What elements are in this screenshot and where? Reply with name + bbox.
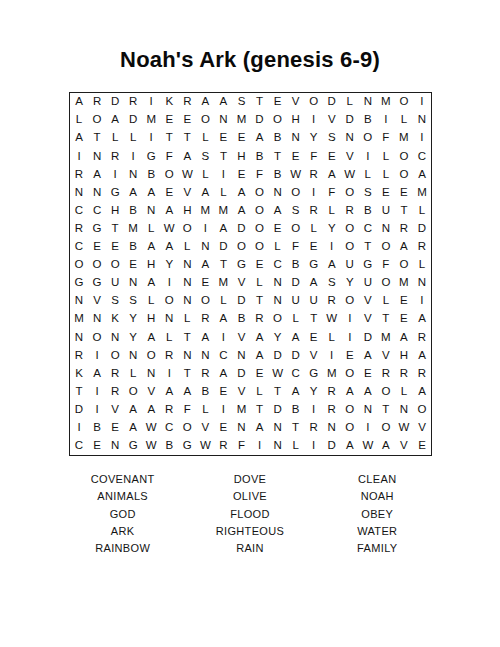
grid-cell: L	[377, 165, 395, 183]
grid-cell: O	[178, 220, 196, 238]
grid-cell: E	[232, 165, 250, 183]
grid-cell: W	[160, 220, 178, 238]
grid-cell: R	[106, 383, 124, 401]
grid-cell: D	[287, 346, 305, 364]
grid-cell: V	[359, 310, 377, 328]
grid-cell: A	[395, 328, 413, 346]
grid-cell: I	[323, 346, 341, 364]
grid-cell: O	[250, 202, 268, 220]
grid-cell: N	[70, 328, 88, 346]
grid-cell: L	[377, 147, 395, 165]
grid-cell: A	[88, 365, 106, 383]
grid-cell: W	[287, 165, 305, 183]
grid-cell: K	[106, 310, 124, 328]
grid-cell: V	[178, 184, 196, 202]
grid-cell: M	[377, 328, 395, 346]
grid-cell: R	[250, 310, 268, 328]
word-list-item: ANIMALS	[60, 488, 185, 505]
grid-cell: F	[377, 256, 395, 274]
grid-cell: B	[250, 147, 268, 165]
grid-cell: Y	[305, 129, 323, 147]
grid-cell: A	[413, 346, 431, 364]
grid-cell: B	[359, 202, 377, 220]
word-list-column: COVENANTANIMALSGODARKRAINBOW	[60, 471, 185, 557]
grid-cell: R	[70, 165, 88, 183]
grid-cell: W	[323, 310, 341, 328]
grid-cell: W	[196, 437, 214, 455]
grid-cell: V	[341, 147, 359, 165]
grid-cell: O	[88, 256, 106, 274]
grid-cell: N	[395, 401, 413, 419]
grid-cell: G	[142, 147, 160, 165]
grid-cell: N	[232, 346, 250, 364]
grid-cell: V	[232, 274, 250, 292]
word-list-item: OBEY	[315, 506, 440, 523]
grid-cell: O	[377, 274, 395, 292]
grid-cell: T	[377, 310, 395, 328]
grid-cell: C	[214, 346, 232, 364]
grid-cell: I	[413, 292, 431, 310]
grid-cell: R	[413, 365, 431, 383]
grid-cell: F	[323, 184, 341, 202]
grid-cell: I	[106, 165, 124, 183]
grid-cell: O	[142, 346, 160, 364]
grid-cell: V	[196, 419, 214, 437]
grid-cell: D	[269, 346, 287, 364]
grid-cell: T	[178, 328, 196, 346]
grid-cell: A	[160, 383, 178, 401]
grid-cell: W	[142, 437, 160, 455]
grid-cell: N	[269, 292, 287, 310]
grid-cell: R	[70, 346, 88, 364]
grid-cell: A	[250, 328, 268, 346]
grid-cell: E	[178, 111, 196, 129]
grid-cell: Y	[124, 310, 142, 328]
grid-cell: E	[214, 383, 232, 401]
grid-cell: S	[196, 147, 214, 165]
grid-cell: D	[106, 93, 124, 111]
grid-cell: A	[250, 129, 268, 147]
grid-cell: E	[359, 365, 377, 383]
grid-cell: O	[232, 238, 250, 256]
grid-cell: L	[106, 129, 124, 147]
word-list-item: FAMILY	[315, 540, 440, 557]
grid-cell: F	[250, 165, 268, 183]
grid-cell: I	[413, 93, 431, 111]
grid-cell: I	[413, 129, 431, 147]
grid-cell: E	[160, 184, 178, 202]
grid-cell: A	[196, 184, 214, 202]
grid-cell: N	[178, 256, 196, 274]
grid-cell: O	[88, 111, 106, 129]
grid-cell: T	[178, 365, 196, 383]
grid-cell: T	[160, 129, 178, 147]
word-list: COVENANTANIMALSGODARKRAINBOW DOVEOLIVEFL…	[60, 471, 440, 557]
grid-cell: I	[323, 238, 341, 256]
grid-cell: O	[106, 346, 124, 364]
grid-cell: T	[214, 256, 232, 274]
grid-cell: I	[305, 401, 323, 419]
grid-cell: V	[395, 437, 413, 455]
grid-cell: U	[106, 274, 124, 292]
grid-cell: I	[160, 274, 178, 292]
grid-cell: A	[377, 437, 395, 455]
grid-cell: W	[359, 437, 377, 455]
grid-cell: N	[178, 292, 196, 310]
grid-cell: T	[250, 401, 268, 419]
grid-cell: N	[88, 147, 106, 165]
grid-cell: R	[106, 365, 124, 383]
grid-cell: D	[287, 274, 305, 292]
grid-cell: M	[395, 274, 413, 292]
grid-cell: O	[269, 310, 287, 328]
grid-cell: A	[214, 365, 232, 383]
grid-cell: I	[124, 147, 142, 165]
grid-cell: M	[142, 111, 160, 129]
grid-cell: N	[341, 129, 359, 147]
grid-cell: T	[250, 93, 268, 111]
grid-cell: N	[269, 419, 287, 437]
grid-cell: O	[269, 111, 287, 129]
grid-cell: E	[341, 346, 359, 364]
grid-cell: I	[88, 401, 106, 419]
grid-cell: N	[413, 111, 431, 129]
grid-cell: O	[287, 184, 305, 202]
grid-cell: A	[160, 238, 178, 256]
grid-cell: T	[88, 129, 106, 147]
grid-cell: G	[305, 256, 323, 274]
grid-cell: A	[305, 274, 323, 292]
grid-cell: E	[214, 419, 232, 437]
word-list-item: OLIVE	[185, 488, 314, 505]
grid-cell: D	[232, 365, 250, 383]
grid-cell: C	[269, 256, 287, 274]
grid-cell: R	[377, 365, 395, 383]
grid-cell: B	[88, 419, 106, 437]
word-list-item: FLOOD	[185, 506, 314, 523]
grid-cell: E	[395, 310, 413, 328]
grid-cell: I	[359, 147, 377, 165]
grid-cell: L	[178, 310, 196, 328]
grid-cell: M	[232, 401, 250, 419]
grid-cell: L	[413, 202, 431, 220]
grid-cell: O	[377, 238, 395, 256]
grid-cell: R	[70, 220, 88, 238]
grid-cell: E	[287, 147, 305, 165]
grid-cell: I	[196, 220, 214, 238]
grid-cell: E	[395, 184, 413, 202]
grid-cell: R	[305, 202, 323, 220]
grid-cell: U	[305, 292, 323, 310]
grid-cell: N	[142, 202, 160, 220]
grid-cell: R	[395, 365, 413, 383]
grid-cell: O	[287, 220, 305, 238]
grid-cell: D	[269, 401, 287, 419]
grid-cell: O	[178, 419, 196, 437]
grid-cell: C	[413, 147, 431, 165]
grid-cell: B	[287, 401, 305, 419]
grid-cell: A	[124, 419, 142, 437]
grid-cell: R	[413, 328, 431, 346]
grid-cell: M	[413, 184, 431, 202]
grid-cell: N	[106, 328, 124, 346]
grid-cell: O	[124, 383, 142, 401]
grid-cell: N	[124, 274, 142, 292]
word-list-item: NOAH	[315, 488, 440, 505]
grid-cell: R	[341, 202, 359, 220]
grid-cell: H	[142, 256, 160, 274]
grid-cell: R	[106, 147, 124, 165]
grid-cell: W	[395, 419, 413, 437]
grid-cell: E	[305, 328, 323, 346]
grid-cell: A	[178, 147, 196, 165]
grid-cell: H	[106, 202, 124, 220]
grid-cell: E	[232, 129, 250, 147]
grid-cell: S	[232, 93, 250, 111]
grid-cell: A	[70, 129, 88, 147]
word-list-item: CLEAN	[315, 471, 440, 488]
grid-cell: S	[323, 274, 341, 292]
grid-cell: D	[413, 220, 431, 238]
grid-cell: L	[124, 365, 142, 383]
grid-cell: A	[232, 184, 250, 202]
grid-cell: V	[88, 292, 106, 310]
grid-cell: T	[214, 147, 232, 165]
grid-cell: D	[323, 93, 341, 111]
grid-cell: L	[305, 220, 323, 238]
grid-cell: I	[88, 346, 106, 364]
grid-cell: A	[196, 328, 214, 346]
grid-cell: E	[323, 147, 341, 165]
grid-cell: I	[142, 93, 160, 111]
grid-cell: O	[250, 184, 268, 202]
grid-cell: K	[160, 93, 178, 111]
grid-cell: C	[160, 419, 178, 437]
grid-cell: L	[323, 202, 341, 220]
grid-cell: R	[305, 419, 323, 437]
grid-cell: B	[160, 437, 178, 455]
grid-cell: B	[124, 202, 142, 220]
grid-cell: T	[359, 238, 377, 256]
grid-cell: K	[70, 365, 88, 383]
grid-cell: F	[178, 401, 196, 419]
puzzle-title: Noah's Ark (genesis 6-9)	[0, 47, 500, 73]
grid-cell: A	[413, 310, 431, 328]
grid-cell: M	[214, 202, 232, 220]
grid-cell: N	[269, 437, 287, 455]
grid-cell: V	[232, 383, 250, 401]
grid-cell: L	[359, 165, 377, 183]
grid-cell: S	[124, 292, 142, 310]
grid-cell: L	[341, 93, 359, 111]
grid-cell: V	[359, 292, 377, 310]
grid-cell: A	[341, 383, 359, 401]
grid-cell: O	[341, 238, 359, 256]
grid-cell: N	[88, 310, 106, 328]
grid-cell: M	[395, 129, 413, 147]
grid-cell: U	[377, 202, 395, 220]
grid-cell: I	[341, 310, 359, 328]
grid-cell: W	[269, 365, 287, 383]
grid-cell: L	[124, 129, 142, 147]
grid-cell: I	[160, 365, 178, 383]
word-list-item: ARK	[60, 523, 185, 540]
grid-cell: O	[341, 401, 359, 419]
grid-cell: U	[341, 256, 359, 274]
grid-cell: C	[359, 220, 377, 238]
grid-cell: N	[413, 274, 431, 292]
grid-cell: T	[395, 202, 413, 220]
grid-cell: A	[287, 328, 305, 346]
grid-cell: A	[287, 383, 305, 401]
grid-cell: O	[341, 220, 359, 238]
grid-cell: A	[413, 165, 431, 183]
grid-cell: A	[160, 202, 178, 220]
grid-cell: L	[196, 165, 214, 183]
grid-cell: V	[106, 401, 124, 419]
grid-cell: N	[70, 292, 88, 310]
grid-cell: M	[70, 310, 88, 328]
grid-cell: E	[395, 292, 413, 310]
grid-cell: L	[269, 238, 287, 256]
grid-cell: S	[106, 292, 124, 310]
grid-cell: Y	[124, 328, 142, 346]
grid-cell: I	[142, 129, 160, 147]
grid-cell: I	[305, 437, 323, 455]
grid-cell: E	[88, 238, 106, 256]
word-list-item: GOD	[60, 506, 185, 523]
grid-cell: L	[142, 292, 160, 310]
grid-cell: O	[377, 419, 395, 437]
grid-cell: D	[250, 111, 268, 129]
grid-cell: M	[124, 220, 142, 238]
grid-cell: L	[142, 220, 160, 238]
grid-cell: L	[413, 256, 431, 274]
grid-cell: Y	[305, 383, 323, 401]
page: Noah's Ark (genesis 6-9) ARDRIKRAASTEVOD…	[0, 0, 500, 647]
grid-cell: Y	[269, 328, 287, 346]
grid-cell: D	[341, 111, 359, 129]
grid-cell: C	[70, 437, 88, 455]
grid-cell: T	[377, 401, 395, 419]
grid-cell: F	[287, 238, 305, 256]
grid-cell: L	[160, 328, 178, 346]
grid-cell: N	[196, 238, 214, 256]
grid-cell: I	[359, 419, 377, 437]
grid-cell: O	[377, 383, 395, 401]
word-list-column: CLEANNOAHOBEYWATERFAMILY	[315, 471, 440, 557]
grid-cell: O	[70, 256, 88, 274]
grid-cell: R	[395, 220, 413, 238]
grid-cell: N	[269, 274, 287, 292]
grid-cell: N	[178, 346, 196, 364]
grid-cell: N	[359, 93, 377, 111]
grid-cell: A	[142, 184, 160, 202]
grid-cell: O	[250, 238, 268, 256]
grid-cell: N	[88, 184, 106, 202]
grid-cell: N	[70, 184, 88, 202]
grid-cell: C	[70, 202, 88, 220]
grid-cell: A	[214, 220, 232, 238]
grid-cell: N	[106, 437, 124, 455]
grid-cell: W	[341, 165, 359, 183]
grid-cell: A	[341, 437, 359, 455]
grid-cell: N	[377, 220, 395, 238]
grid-cell: N	[323, 419, 341, 437]
grid-cell: O	[341, 184, 359, 202]
grid-cell: R	[196, 310, 214, 328]
grid-cell: G	[305, 365, 323, 383]
grid-cell: H	[142, 310, 160, 328]
grid-cell: V	[232, 328, 250, 346]
grid-cell: R	[305, 165, 323, 183]
grid-cell: O	[196, 111, 214, 129]
grid-cell: N	[178, 274, 196, 292]
grid-cell: A	[395, 238, 413, 256]
grid-cell: T	[287, 419, 305, 437]
grid-cell: G	[88, 274, 106, 292]
grid-cell: A	[124, 401, 142, 419]
grid-cell: T	[305, 310, 323, 328]
grid-cell: F	[377, 129, 395, 147]
grid-cell: R	[88, 93, 106, 111]
grid-cell: W	[142, 419, 160, 437]
grid-cell: T	[269, 147, 287, 165]
grid-cell: R	[160, 401, 178, 419]
grid-cell: D	[70, 401, 88, 419]
word-list-item: COVENANT	[60, 471, 185, 488]
grid-cell: R	[323, 401, 341, 419]
grid-cell: G	[359, 256, 377, 274]
grid-cell: M	[323, 365, 341, 383]
grid-cell: L	[395, 383, 413, 401]
grid-cell: E	[305, 238, 323, 256]
grid-cell: H	[232, 147, 250, 165]
word-list-item: WATER	[315, 523, 440, 540]
grid-cell: A	[323, 256, 341, 274]
grid-cell: A	[214, 93, 232, 111]
grid-cell: V	[142, 383, 160, 401]
grid-cell: N	[214, 111, 232, 129]
grid-cell: T	[269, 383, 287, 401]
grid-cell: A	[196, 256, 214, 274]
grid-cell: N	[124, 165, 142, 183]
grid-cell: M	[196, 202, 214, 220]
grid-cell: T	[70, 383, 88, 401]
word-list-item: RAINBOW	[60, 540, 185, 557]
grid-cell: G	[178, 437, 196, 455]
grid-cell: N	[232, 419, 250, 437]
grid-cell: A	[269, 202, 287, 220]
grid-cell: A	[124, 184, 142, 202]
grid-cell: O	[196, 292, 214, 310]
grid-cell: A	[142, 238, 160, 256]
grid-cell: A	[142, 328, 160, 346]
grid-cell: I	[214, 165, 232, 183]
grid-cell: L	[250, 274, 268, 292]
word-list-item: RAIN	[185, 540, 314, 557]
grid-cell: A	[413, 383, 431, 401]
grid-cell: B	[269, 129, 287, 147]
grid-cell: Y	[323, 220, 341, 238]
grid-cell: G	[88, 220, 106, 238]
grid-cell: B	[287, 256, 305, 274]
grid-cell: H	[287, 111, 305, 129]
grid-cell: M	[232, 111, 250, 129]
grid-cell: Y	[160, 256, 178, 274]
grid-cell: A	[88, 165, 106, 183]
grid-cell: R	[196, 365, 214, 383]
